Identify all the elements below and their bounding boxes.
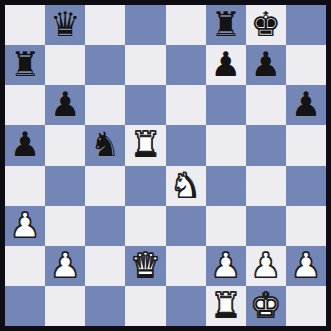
square-d8[interactable] (125, 5, 165, 45)
chess-board-frame: ♛♜♚♜♟♟♟♟♟♞♜♞♟♟♛♟♟♟♜♚ (0, 0, 331, 331)
square-a4[interactable] (5, 166, 45, 206)
piece-white-pawn-h2[interactable]: ♟ (291, 246, 321, 285)
piece-black-pawn-g7[interactable]: ♟ (251, 45, 281, 84)
square-g7[interactable]: ♟ (246, 45, 286, 85)
square-f1[interactable]: ♜ (206, 286, 246, 326)
square-f8[interactable]: ♜ (206, 5, 246, 45)
square-h8[interactable] (286, 5, 326, 45)
square-g5[interactable] (246, 125, 286, 165)
square-g1[interactable]: ♚ (246, 286, 286, 326)
piece-white-pawn-b2[interactable]: ♟ (50, 246, 80, 285)
piece-black-pawn-f7[interactable]: ♟ (210, 45, 240, 84)
chess-board: ♛♜♚♜♟♟♟♟♟♞♜♞♟♟♛♟♟♟♜♚ (5, 5, 326, 326)
piece-white-pawn-a3[interactable]: ♟ (10, 206, 40, 245)
piece-black-pawn-b6[interactable]: ♟ (50, 85, 80, 124)
piece-white-pawn-g2[interactable]: ♟ (251, 246, 281, 285)
square-e2[interactable] (166, 246, 206, 286)
square-f2[interactable]: ♟ (206, 246, 246, 286)
square-c8[interactable] (85, 5, 125, 45)
piece-black-pawn-h6[interactable]: ♟ (291, 85, 321, 124)
piece-white-pawn-f2[interactable]: ♟ (210, 246, 240, 285)
piece-white-queen-d2[interactable]: ♛ (130, 246, 160, 285)
square-c5[interactable]: ♞ (85, 125, 125, 165)
square-e4[interactable]: ♞ (166, 166, 206, 206)
square-b4[interactable] (45, 166, 85, 206)
square-a3[interactable]: ♟ (5, 206, 45, 246)
square-e3[interactable] (166, 206, 206, 246)
square-d4[interactable] (125, 166, 165, 206)
piece-black-rook-a7[interactable]: ♜ (10, 45, 40, 84)
square-b5[interactable] (45, 125, 85, 165)
square-a7[interactable]: ♜ (5, 45, 45, 85)
square-g8[interactable]: ♚ (246, 5, 286, 45)
square-f6[interactable] (206, 85, 246, 125)
square-d1[interactable] (125, 286, 165, 326)
square-e7[interactable] (166, 45, 206, 85)
piece-white-king-g1[interactable]: ♚ (251, 286, 281, 325)
square-h5[interactable] (286, 125, 326, 165)
square-h1[interactable] (286, 286, 326, 326)
square-f4[interactable] (206, 166, 246, 206)
piece-black-pawn-a5[interactable]: ♟ (10, 125, 40, 164)
square-h3[interactable] (286, 206, 326, 246)
piece-black-king-g8[interactable]: ♚ (251, 5, 281, 44)
square-f5[interactable] (206, 125, 246, 165)
square-g4[interactable] (246, 166, 286, 206)
square-c6[interactable] (85, 85, 125, 125)
square-g2[interactable]: ♟ (246, 246, 286, 286)
square-e1[interactable] (166, 286, 206, 326)
square-a8[interactable] (5, 5, 45, 45)
square-d2[interactable]: ♛ (125, 246, 165, 286)
piece-black-queen-b8[interactable]: ♛ (50, 5, 80, 44)
square-c3[interactable] (85, 206, 125, 246)
square-c2[interactable] (85, 246, 125, 286)
square-h6[interactable]: ♟ (286, 85, 326, 125)
square-h4[interactable] (286, 166, 326, 206)
square-c7[interactable] (85, 45, 125, 85)
square-d5[interactable]: ♜ (125, 125, 165, 165)
piece-white-knight-e4[interactable]: ♞ (170, 166, 200, 205)
square-b1[interactable] (45, 286, 85, 326)
square-d3[interactable] (125, 206, 165, 246)
square-a1[interactable] (5, 286, 45, 326)
square-c4[interactable] (85, 166, 125, 206)
piece-white-rook-f1[interactable]: ♜ (210, 286, 240, 325)
square-b8[interactable]: ♛ (45, 5, 85, 45)
square-e8[interactable] (166, 5, 206, 45)
square-e6[interactable] (166, 85, 206, 125)
square-b7[interactable] (45, 45, 85, 85)
square-a2[interactable] (5, 246, 45, 286)
square-g3[interactable] (246, 206, 286, 246)
piece-black-rook-f8[interactable]: ♜ (210, 5, 240, 44)
square-f7[interactable]: ♟ (206, 45, 246, 85)
square-f3[interactable] (206, 206, 246, 246)
square-h7[interactable] (286, 45, 326, 85)
square-d6[interactable] (125, 85, 165, 125)
square-g6[interactable] (246, 85, 286, 125)
piece-black-knight-c5[interactable]: ♞ (90, 125, 120, 164)
square-a6[interactable] (5, 85, 45, 125)
square-h2[interactable]: ♟ (286, 246, 326, 286)
square-b3[interactable] (45, 206, 85, 246)
square-b2[interactable]: ♟ (45, 246, 85, 286)
square-e5[interactable] (166, 125, 206, 165)
square-d7[interactable] (125, 45, 165, 85)
square-b6[interactable]: ♟ (45, 85, 85, 125)
square-a5[interactable]: ♟ (5, 125, 45, 165)
square-c1[interactable] (85, 286, 125, 326)
piece-white-rook-d5[interactable]: ♜ (130, 125, 160, 164)
